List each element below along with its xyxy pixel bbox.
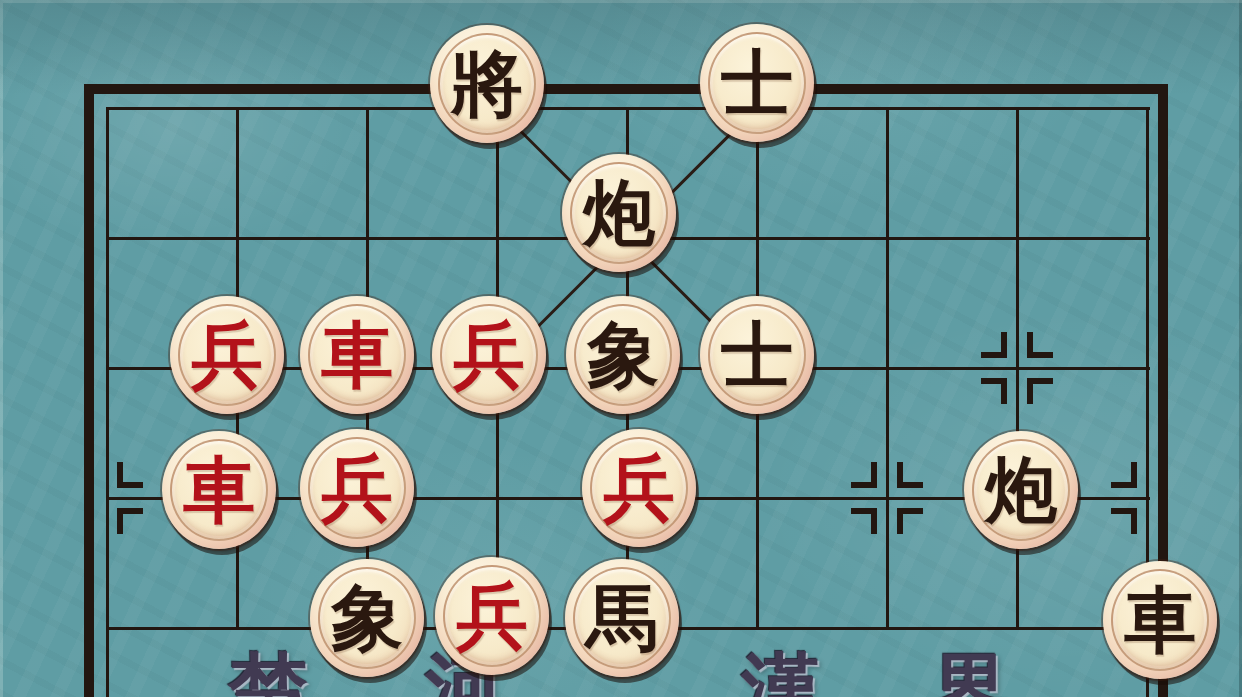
point-marker-8-3-br: [1027, 378, 1053, 404]
point-marker-9-4-bl: [1111, 508, 1137, 534]
red-chariot-piece[interactable]: 車: [300, 296, 414, 414]
black-horse-glyph: 馬: [586, 582, 658, 654]
point-marker-7-4-br: [897, 508, 923, 534]
red-soldier-glyph: 兵: [603, 452, 675, 524]
red-soldier-piece[interactable]: 兵: [582, 429, 696, 547]
black-chariot-piece[interactable]: 車: [1103, 561, 1217, 679]
file-line-7: [886, 107, 889, 630]
point-marker-8-3-tl: [981, 332, 1007, 358]
black-cannon-piece[interactable]: 炮: [964, 431, 1078, 549]
xiangqi-board: 楚河漢界 將士炮兵車兵象士車兵兵炮象兵馬車: [0, 0, 1242, 697]
black-cannon-glyph: 炮: [985, 454, 1057, 526]
river-text-1: 楚: [228, 650, 308, 697]
black-elephant-piece[interactable]: 象: [566, 296, 680, 414]
black-advisor-piece[interactable]: 士: [700, 296, 814, 414]
point-marker-8-3-tr: [1027, 332, 1053, 358]
red-soldier-glyph: 兵: [191, 319, 263, 391]
black-advisor-piece[interactable]: 士: [700, 24, 814, 142]
point-marker-7-4-tl: [851, 462, 877, 488]
black-elephant-glyph: 象: [587, 319, 659, 391]
red-soldier-piece[interactable]: 兵: [435, 557, 549, 675]
point-marker-1-4-tr: [117, 462, 143, 488]
point-marker-7-4-bl: [851, 508, 877, 534]
red-soldier-glyph: 兵: [453, 319, 525, 391]
point-marker-1-4-br: [117, 508, 143, 534]
red-soldier-piece[interactable]: 兵: [300, 429, 414, 547]
river-text-3: 漢: [741, 650, 821, 697]
red-soldier-glyph: 兵: [456, 580, 528, 652]
point-marker-9-4-tl: [1111, 462, 1137, 488]
black-cannon-glyph: 炮: [583, 177, 655, 249]
point-marker-7-4-tr: [897, 462, 923, 488]
red-soldier-glyph: 兵: [321, 452, 393, 524]
black-elephant-piece[interactable]: 象: [310, 559, 424, 677]
red-chariot-glyph: 車: [183, 454, 255, 526]
red-chariot-glyph: 車: [321, 319, 393, 391]
file-line-1: [106, 107, 109, 697]
file-line-8: [1016, 107, 1019, 630]
red-soldier-piece[interactable]: 兵: [432, 296, 546, 414]
black-advisor-glyph: 士: [721, 47, 793, 119]
black-cannon-piece[interactable]: 炮: [562, 154, 676, 272]
river-text-4: 界: [930, 650, 1010, 697]
black-general-glyph: 將: [451, 48, 523, 120]
black-advisor-glyph: 士: [721, 319, 793, 391]
red-soldier-piece[interactable]: 兵: [170, 296, 284, 414]
red-chariot-piece[interactable]: 車: [162, 431, 276, 549]
black-chariot-glyph: 車: [1124, 584, 1196, 656]
black-horse-piece[interactable]: 馬: [565, 559, 679, 677]
point-marker-8-3-bl: [981, 378, 1007, 404]
black-elephant-glyph: 象: [331, 582, 403, 654]
black-general-piece[interactable]: 將: [430, 25, 544, 143]
